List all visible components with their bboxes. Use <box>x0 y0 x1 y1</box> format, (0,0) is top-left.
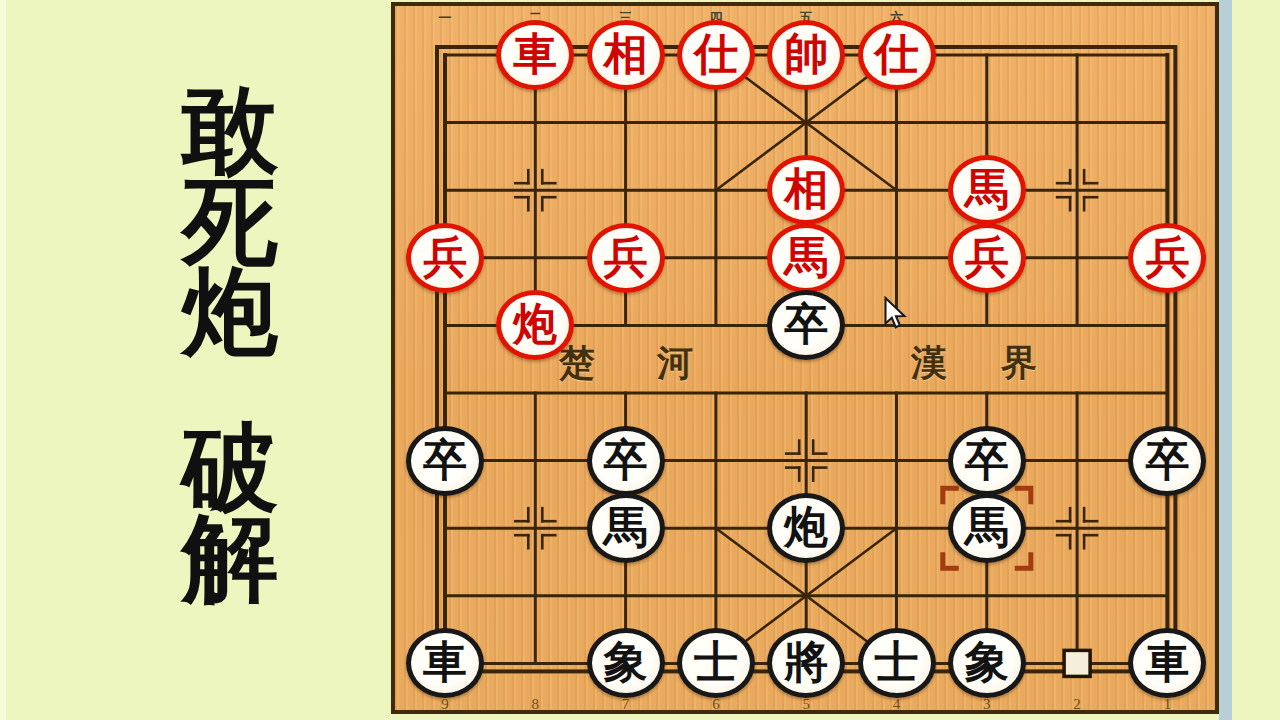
mouse-cursor <box>884 296 908 330</box>
xiangqi-board: 一二三四五六987654321楚河漢界車相仕帥仕相馬兵兵馬兵兵炮卒卒卒卒卒馬炮馬… <box>391 2 1219 714</box>
last-move-markers <box>395 6 1215 710</box>
title-char-1: 敢 <box>182 82 278 178</box>
title-panel: 敢 死 炮 破 解 <box>0 0 391 720</box>
title-char-3: 炮 <box>182 264 278 360</box>
board-right-blue-strip <box>1219 0 1232 720</box>
title-char-5: 解 <box>182 510 278 606</box>
